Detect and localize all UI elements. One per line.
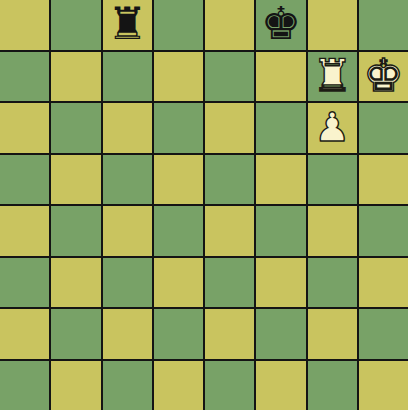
square-c2[interactable] — [103, 309, 152, 359]
square-a8[interactable] — [0, 0, 49, 50]
square-b5[interactable] — [51, 155, 100, 205]
square-c4[interactable] — [103, 206, 152, 256]
square-f6[interactable] — [256, 103, 305, 153]
square-d3[interactable] — [154, 258, 203, 308]
square-c5[interactable] — [103, 155, 152, 205]
square-a3[interactable] — [0, 258, 49, 308]
black-king-piece[interactable]: ♚ — [261, 1, 301, 46]
square-a5[interactable] — [0, 155, 49, 205]
square-e7[interactable] — [205, 52, 254, 102]
square-h4[interactable] — [359, 206, 408, 256]
square-g1[interactable] — [308, 361, 357, 410]
chess-board: ♜♚♜♚♟ — [0, 0, 408, 410]
square-b4[interactable] — [51, 206, 100, 256]
square-h8[interactable] — [359, 0, 408, 50]
square-d5[interactable] — [154, 155, 203, 205]
square-h2[interactable] — [359, 309, 408, 359]
square-d4[interactable] — [154, 206, 203, 256]
black-rook-piece[interactable]: ♜ — [107, 1, 147, 46]
square-h1[interactable] — [359, 361, 408, 410]
square-a6[interactable] — [0, 103, 49, 153]
square-b3[interactable] — [51, 258, 100, 308]
square-a2[interactable] — [0, 309, 49, 359]
square-h6[interactable] — [359, 103, 408, 153]
square-d1[interactable] — [154, 361, 203, 410]
square-g2[interactable] — [308, 309, 357, 359]
chess-app-window: ♜♚♜♚♟ — [0, 0, 408, 410]
square-b8[interactable] — [51, 0, 100, 50]
square-f3[interactable] — [256, 258, 305, 308]
square-a1[interactable] — [0, 361, 49, 410]
square-d7[interactable] — [154, 52, 203, 102]
square-a7[interactable] — [0, 52, 49, 102]
square-e6[interactable] — [205, 103, 254, 153]
square-h7[interactable]: ♚ — [359, 52, 408, 102]
square-a4[interactable] — [0, 206, 49, 256]
square-e3[interactable] — [205, 258, 254, 308]
square-g8[interactable] — [308, 0, 357, 50]
white-rook-piece[interactable]: ♜ — [312, 53, 352, 98]
square-c8[interactable]: ♜ — [103, 0, 152, 50]
square-f1[interactable] — [256, 361, 305, 410]
square-g6[interactable]: ♟ — [308, 103, 357, 153]
square-f8[interactable]: ♚ — [256, 0, 305, 50]
square-c6[interactable] — [103, 103, 152, 153]
square-g4[interactable] — [308, 206, 357, 256]
square-b1[interactable] — [51, 361, 100, 410]
square-e8[interactable] — [205, 0, 254, 50]
square-g5[interactable] — [308, 155, 357, 205]
square-d2[interactable] — [154, 309, 203, 359]
square-c3[interactable] — [103, 258, 152, 308]
square-g7[interactable]: ♜ — [308, 52, 357, 102]
square-c1[interactable] — [103, 361, 152, 410]
square-h3[interactable] — [359, 258, 408, 308]
square-f4[interactable] — [256, 206, 305, 256]
white-king-piece[interactable]: ♚ — [363, 53, 403, 98]
square-b6[interactable] — [51, 103, 100, 153]
square-g3[interactable] — [308, 258, 357, 308]
square-b2[interactable] — [51, 309, 100, 359]
square-e1[interactable] — [205, 361, 254, 410]
square-c7[interactable] — [103, 52, 152, 102]
square-b7[interactable] — [51, 52, 100, 102]
square-f2[interactable] — [256, 309, 305, 359]
square-h5[interactable] — [359, 155, 408, 205]
square-d6[interactable] — [154, 103, 203, 153]
square-f7[interactable] — [256, 52, 305, 102]
white-pawn-piece[interactable]: ♟ — [314, 107, 350, 147]
square-f5[interactable] — [256, 155, 305, 205]
square-e5[interactable] — [205, 155, 254, 205]
square-e2[interactable] — [205, 309, 254, 359]
square-d8[interactable] — [154, 0, 203, 50]
square-e4[interactable] — [205, 206, 254, 256]
